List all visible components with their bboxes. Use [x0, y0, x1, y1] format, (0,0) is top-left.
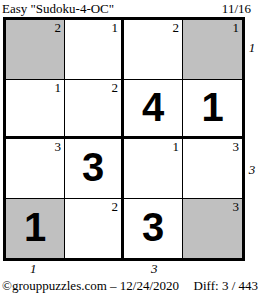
corner-clue: 1 — [233, 20, 240, 35]
header: Easy "Sudoku-4-OC" 11/16 — [0, 0, 260, 17]
puzzle-title: Easy "Sudoku-4-OC" — [2, 1, 114, 16]
corner-clue: 3 — [55, 139, 62, 154]
corner-clue: 3 — [233, 139, 240, 154]
row-label-2 — [245, 78, 259, 139]
footer: ©grouppuzzles.com – 12/24/2020 Diff: 3 /… — [0, 277, 260, 293]
cell-r3c4[interactable]: 3 — [183, 139, 242, 199]
puzzle-progress: 11/16 — [222, 1, 251, 16]
corner-clue: 2 — [112, 80, 119, 95]
bottom-col-labels: 1 3 — [3, 261, 245, 277]
cell-r3c2[interactable]: 3 — [65, 139, 124, 199]
row-label-3: 3 — [245, 139, 259, 200]
copyright: ©grouppuzzles.com – 12/24/2020 — [2, 278, 179, 293]
corner-clue: 1 — [173, 139, 180, 154]
corner-clue: 3 — [233, 199, 240, 214]
cell-value: 1 — [201, 87, 223, 127]
cell-r3c1[interactable]: 3 — [6, 139, 65, 199]
cell-value: 4 — [142, 87, 164, 127]
right-row-labels: 1 3 — [245, 17, 259, 261]
row-label-1: 1 — [245, 17, 259, 78]
corner-clue: 2 — [173, 20, 180, 35]
corner-clue: 2 — [55, 20, 62, 35]
cell-r4c4[interactable]: 3 — [183, 199, 242, 259]
cell-r1c3[interactable]: 2 — [124, 20, 183, 80]
col-label-2 — [64, 261, 125, 277]
cell-r1c2[interactable]: 1 — [65, 20, 124, 80]
cell-r2c1[interactable]: 1 — [6, 80, 65, 140]
cell-r4c3[interactable]: 3 — [124, 199, 183, 259]
cell-r4c2[interactable]: 2 — [65, 199, 124, 259]
cell-value: 3 — [82, 147, 104, 187]
difficulty: Diff: 3 / 443 — [194, 278, 258, 293]
sudoku-board: 2121124133131233 — [3, 17, 245, 261]
cell-r3c3[interactable]: 1 — [124, 139, 183, 199]
cell-r2c2[interactable]: 2 — [65, 80, 124, 140]
col-label-3: 3 — [124, 261, 185, 277]
cell-r2c4[interactable]: 1 — [183, 80, 242, 140]
cell-value: 1 — [24, 207, 46, 247]
row-label-4 — [245, 200, 259, 261]
col-label-4 — [185, 261, 246, 277]
corner-clue: 1 — [112, 20, 119, 35]
cell-r2c3[interactable]: 4 — [124, 80, 183, 140]
corner-clue: 1 — [55, 80, 62, 95]
corner-clue: 2 — [112, 199, 119, 214]
main-area: 2121124133131233 1 3 — [0, 17, 260, 261]
cell-r1c4[interactable]: 1 — [183, 20, 242, 80]
cell-r4c1[interactable]: 1 — [6, 199, 65, 259]
cell-value: 3 — [142, 207, 164, 247]
cell-r1c1[interactable]: 2 — [6, 20, 65, 80]
col-label-1: 1 — [3, 261, 64, 277]
